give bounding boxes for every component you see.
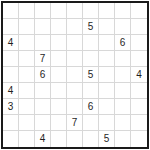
cell-r6c2[interactable] — [19, 83, 35, 99]
clue-digit: 5 — [104, 134, 110, 144]
cell-r1c5[interactable] — [67, 3, 83, 19]
cell-r5c2[interactable] — [19, 67, 35, 83]
cell-r1c6[interactable] — [83, 3, 99, 19]
cell-r2c1[interactable] — [3, 19, 19, 35]
cell-r3c2[interactable] — [19, 35, 35, 51]
cell-r4c3[interactable]: 7 — [35, 51, 51, 67]
clue-digit: 6 — [40, 70, 46, 80]
cell-r6c3[interactable] — [35, 83, 51, 99]
cell-r6c6[interactable] — [83, 83, 99, 99]
clue-digit: 3 — [8, 102, 14, 112]
clue-digit: 6 — [88, 102, 94, 112]
cell-r5c5[interactable] — [67, 67, 83, 83]
cell-r5c7[interactable] — [99, 67, 115, 83]
cell-r6c5[interactable] — [67, 83, 83, 99]
cell-r4c2[interactable] — [19, 51, 35, 67]
cell-r3c5[interactable] — [67, 35, 83, 51]
cell-r5c1[interactable] — [3, 67, 19, 83]
cell-r9c1[interactable] — [3, 131, 19, 147]
cell-r9c8[interactable] — [115, 131, 131, 147]
cell-r6c4[interactable] — [51, 83, 67, 99]
cell-r4c8[interactable] — [115, 51, 131, 67]
clue-digit: 7 — [40, 54, 46, 64]
cell-r3c1[interactable]: 4 — [3, 35, 19, 51]
cell-r7c1[interactable]: 3 — [3, 99, 19, 115]
cell-r5c3[interactable]: 6 — [35, 67, 51, 83]
cell-r6c7[interactable] — [99, 83, 115, 99]
cell-r8c1[interactable] — [3, 115, 19, 131]
cell-r8c7[interactable] — [99, 115, 115, 131]
clue-digit: 7 — [72, 118, 78, 128]
cell-r3c7[interactable] — [99, 35, 115, 51]
cell-r8c6[interactable] — [83, 115, 99, 131]
cell-r7c3[interactable] — [35, 99, 51, 115]
cell-r9c5[interactable] — [67, 131, 83, 147]
cell-r5c4[interactable] — [51, 67, 67, 83]
cell-r9c6[interactable] — [83, 131, 99, 147]
cell-r2c7[interactable] — [99, 19, 115, 35]
cell-r1c9[interactable] — [131, 3, 147, 19]
cell-r8c2[interactable] — [19, 115, 35, 131]
cell-r8c5[interactable]: 7 — [67, 115, 83, 131]
clue-digit: 4 — [8, 86, 14, 96]
clue-digit: 6 — [120, 38, 126, 48]
cell-r7c2[interactable] — [19, 99, 35, 115]
cell-r6c9[interactable] — [131, 83, 147, 99]
page-background: { "game": "9x9 number-grid logic puzzle … — [0, 0, 150, 150]
cell-r2c3[interactable] — [35, 19, 51, 35]
cell-r4c4[interactable] — [51, 51, 67, 67]
cell-r4c9[interactable] — [131, 51, 147, 67]
cell-r5c9[interactable]: 4 — [131, 67, 147, 83]
cell-r4c7[interactable] — [99, 51, 115, 67]
clue-digit: 4 — [40, 134, 46, 144]
cell-r1c1[interactable] — [3, 3, 19, 19]
cell-r9c7[interactable]: 5 — [99, 131, 115, 147]
cell-r1c4[interactable] — [51, 3, 67, 19]
cell-r4c1[interactable] — [3, 51, 19, 67]
cell-r6c1[interactable]: 4 — [3, 83, 19, 99]
cell-r5c8[interactable] — [115, 67, 131, 83]
cell-r7c7[interactable] — [99, 99, 115, 115]
cell-r2c6[interactable]: 5 — [83, 19, 99, 35]
cell-r6c8[interactable] — [115, 83, 131, 99]
cell-r9c9[interactable] — [131, 131, 147, 147]
cell-r9c2[interactable] — [19, 131, 35, 147]
cell-r3c3[interactable] — [35, 35, 51, 51]
cell-r3c8[interactable]: 6 — [115, 35, 131, 51]
cell-r1c7[interactable] — [99, 3, 115, 19]
cell-r7c5[interactable] — [67, 99, 83, 115]
cell-r1c3[interactable] — [35, 3, 51, 19]
cell-r2c2[interactable] — [19, 19, 35, 35]
cell-r1c8[interactable] — [115, 3, 131, 19]
cell-r7c4[interactable] — [51, 99, 67, 115]
cell-r8c4[interactable] — [51, 115, 67, 131]
cell-r9c4[interactable] — [51, 131, 67, 147]
cell-r2c5[interactable] — [67, 19, 83, 35]
cell-r7c6[interactable]: 6 — [83, 99, 99, 115]
cell-r3c6[interactable] — [83, 35, 99, 51]
cell-r7c9[interactable] — [131, 99, 147, 115]
cell-r9c3[interactable]: 4 — [35, 131, 51, 147]
cell-r8c8[interactable] — [115, 115, 131, 131]
cell-r3c4[interactable] — [51, 35, 67, 51]
cell-r8c3[interactable] — [35, 115, 51, 131]
cell-r2c9[interactable] — [131, 19, 147, 35]
clue-digit: 5 — [88, 70, 94, 80]
clue-digit: 5 — [88, 22, 94, 32]
cell-r5c6[interactable]: 5 — [83, 67, 99, 83]
clue-digit: 4 — [8, 38, 14, 48]
clue-digit: 4 — [136, 70, 142, 80]
puzzle-board: 5467654436745 — [1, 1, 149, 149]
cell-r7c8[interactable] — [115, 99, 131, 115]
cell-r4c5[interactable] — [67, 51, 83, 67]
cell-r2c8[interactable] — [115, 19, 131, 35]
cell-r2c4[interactable] — [51, 19, 67, 35]
cell-r4c6[interactable] — [83, 51, 99, 67]
cell-r3c9[interactable] — [131, 35, 147, 51]
cell-r1c2[interactable] — [19, 3, 35, 19]
cell-r8c9[interactable] — [131, 115, 147, 131]
